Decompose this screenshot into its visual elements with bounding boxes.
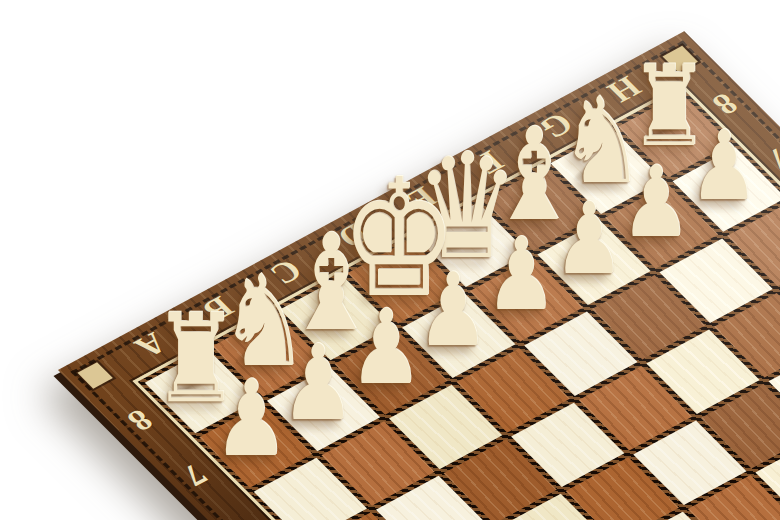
- chess-board: AABBCCDDEEFFGGHH8877665544332211: [58, 31, 780, 520]
- file-label-top-f: F: [468, 146, 510, 179]
- file-label-top-a: A: [129, 328, 174, 363]
- file-label-top-h: H: [601, 71, 648, 107]
- rank-label-left-8: 8: [121, 405, 159, 437]
- rank-label-left-7: 7: [176, 459, 214, 491]
- corner-inlay: [663, 46, 698, 72]
- file-label-top-d: D: [331, 218, 376, 253]
- board-grid: [132, 84, 780, 520]
- corner-inlay: [77, 362, 112, 388]
- file-label-top-g: G: [533, 108, 580, 144]
- rank-label-left-6: 6: [230, 514, 268, 520]
- file-label-top-c: C: [264, 255, 309, 290]
- file-label-top-e: E: [400, 182, 443, 216]
- file-label-top-b: B: [197, 292, 240, 326]
- photo-canvas: AABBCCDDEEFFGGHH8877665544332211 ♜♞♝♚♛♝♞…: [0, 0, 780, 520]
